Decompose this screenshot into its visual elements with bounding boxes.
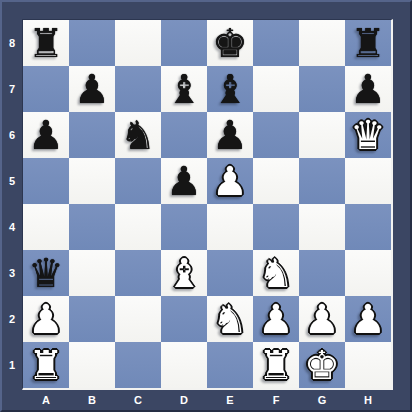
square-b4[interactable] xyxy=(69,204,115,250)
square-a2[interactable]: ♟ xyxy=(23,296,69,342)
file-label-h: H xyxy=(345,392,391,410)
square-g3[interactable] xyxy=(299,250,345,296)
piece-black-pawn[interactable]: ♟ xyxy=(350,66,386,112)
square-e7[interactable]: ♝ xyxy=(207,66,253,112)
square-f6[interactable] xyxy=(253,112,299,158)
square-f7[interactable] xyxy=(253,66,299,112)
square-h5[interactable] xyxy=(345,158,391,204)
square-d4[interactable] xyxy=(161,204,207,250)
square-b1[interactable] xyxy=(69,342,115,388)
square-e2[interactable]: ♞ xyxy=(207,296,253,342)
square-e3[interactable] xyxy=(207,250,253,296)
square-a6[interactable]: ♟ xyxy=(23,112,69,158)
file-label-a: A xyxy=(23,392,69,410)
square-g2[interactable]: ♟ xyxy=(299,296,345,342)
piece-white-pawn[interactable]: ♟ xyxy=(28,296,64,342)
piece-black-rook[interactable]: ♜ xyxy=(350,20,386,66)
square-a7[interactable] xyxy=(23,66,69,112)
piece-black-pawn[interactable]: ♟ xyxy=(74,66,110,112)
piece-black-pawn[interactable]: ♟ xyxy=(166,158,202,204)
square-e5[interactable]: ♟ xyxy=(207,158,253,204)
piece-white-pawn[interactable]: ♟ xyxy=(258,296,294,342)
square-c3[interactable] xyxy=(115,250,161,296)
piece-black-bishop[interactable]: ♝ xyxy=(212,66,248,112)
file-label-g: G xyxy=(299,392,345,410)
piece-black-rook[interactable]: ♜ xyxy=(28,20,64,66)
square-f4[interactable] xyxy=(253,204,299,250)
square-b5[interactable] xyxy=(69,158,115,204)
square-b3[interactable] xyxy=(69,250,115,296)
square-g8[interactable] xyxy=(299,20,345,66)
square-h2[interactable]: ♟ xyxy=(345,296,391,342)
square-h4[interactable] xyxy=(345,204,391,250)
square-e4[interactable] xyxy=(207,204,253,250)
piece-white-pawn[interactable]: ♟ xyxy=(304,296,340,342)
piece-white-knight[interactable]: ♞ xyxy=(212,296,248,342)
square-g7[interactable] xyxy=(299,66,345,112)
square-b2[interactable] xyxy=(69,296,115,342)
chess-board: ♜♚♜♟♝♝♟♟♞♟♛♟♟♛♝♞♟♞♟♟♟♜♜♚ xyxy=(22,19,393,390)
rank-label-4: 4 xyxy=(2,204,22,250)
square-f8[interactable] xyxy=(253,20,299,66)
file-label-d: D xyxy=(161,392,207,410)
piece-white-rook[interactable]: ♜ xyxy=(258,342,294,388)
square-a3[interactable]: ♛ xyxy=(23,250,69,296)
piece-white-king[interactable]: ♚ xyxy=(304,342,340,388)
square-d3[interactable]: ♝ xyxy=(161,250,207,296)
square-h8[interactable]: ♜ xyxy=(345,20,391,66)
square-c7[interactable] xyxy=(115,66,161,112)
rank-label-2: 2 xyxy=(2,296,22,342)
square-c2[interactable] xyxy=(115,296,161,342)
square-g6[interactable] xyxy=(299,112,345,158)
square-a5[interactable] xyxy=(23,158,69,204)
file-label-e: E xyxy=(207,392,253,410)
square-c5[interactable] xyxy=(115,158,161,204)
square-g1[interactable]: ♚ xyxy=(299,342,345,388)
square-d7[interactable]: ♝ xyxy=(161,66,207,112)
piece-black-bishop[interactable]: ♝ xyxy=(166,66,202,112)
rank-label-6: 6 xyxy=(2,112,22,158)
rank-label-7: 7 xyxy=(2,66,22,112)
square-c6[interactable]: ♞ xyxy=(115,112,161,158)
piece-black-king[interactable]: ♚ xyxy=(212,20,248,66)
piece-white-rook[interactable]: ♜ xyxy=(28,342,64,388)
square-d1[interactable] xyxy=(161,342,207,388)
square-d6[interactable] xyxy=(161,112,207,158)
square-c1[interactable] xyxy=(115,342,161,388)
square-a1[interactable]: ♜ xyxy=(23,342,69,388)
square-h7[interactable]: ♟ xyxy=(345,66,391,112)
square-d2[interactable] xyxy=(161,296,207,342)
square-b7[interactable]: ♟ xyxy=(69,66,115,112)
square-f2[interactable]: ♟ xyxy=(253,296,299,342)
square-e8[interactable]: ♚ xyxy=(207,20,253,66)
piece-white-bishop[interactable]: ♝ xyxy=(166,250,202,296)
piece-white-knight[interactable]: ♞ xyxy=(258,250,294,296)
square-e6[interactable]: ♟ xyxy=(207,112,253,158)
piece-white-pawn[interactable]: ♟ xyxy=(212,158,248,204)
square-e1[interactable] xyxy=(207,342,253,388)
square-g4[interactable] xyxy=(299,204,345,250)
square-f3[interactable]: ♞ xyxy=(253,250,299,296)
chess-board-widget: 87654321 ♜♚♜♟♝♝♟♟♞♟♛♟♟♛♝♞♟♞♟♟♟♜♜♚ ABCDEF… xyxy=(0,0,412,412)
square-d5[interactable]: ♟ xyxy=(161,158,207,204)
file-label-f: F xyxy=(253,392,299,410)
square-c8[interactable] xyxy=(115,20,161,66)
square-a8[interactable]: ♜ xyxy=(23,20,69,66)
square-b6[interactable] xyxy=(69,112,115,158)
piece-black-queen[interactable]: ♛ xyxy=(28,250,64,296)
square-f5[interactable] xyxy=(253,158,299,204)
rank-label-1: 1 xyxy=(2,342,22,388)
square-c4[interactable] xyxy=(115,204,161,250)
rank-label-5: 5 xyxy=(2,158,22,204)
square-d8[interactable] xyxy=(161,20,207,66)
square-g5[interactable] xyxy=(299,158,345,204)
square-h1[interactable] xyxy=(345,342,391,388)
square-f1[interactable]: ♜ xyxy=(253,342,299,388)
piece-white-queen[interactable]: ♛ xyxy=(350,112,386,158)
piece-black-knight[interactable]: ♞ xyxy=(120,112,156,158)
rank-label-3: 3 xyxy=(2,250,22,296)
file-label-c: C xyxy=(115,392,161,410)
piece-white-pawn[interactable]: ♟ xyxy=(350,296,386,342)
file-label-b: B xyxy=(69,392,115,410)
square-a4[interactable] xyxy=(23,204,69,250)
square-h3[interactable] xyxy=(345,250,391,296)
square-b8[interactable] xyxy=(69,20,115,66)
piece-black-pawn[interactable]: ♟ xyxy=(212,112,248,158)
square-h6[interactable]: ♛ xyxy=(345,112,391,158)
piece-black-pawn[interactable]: ♟ xyxy=(28,112,64,158)
rank-label-8: 8 xyxy=(2,20,22,66)
